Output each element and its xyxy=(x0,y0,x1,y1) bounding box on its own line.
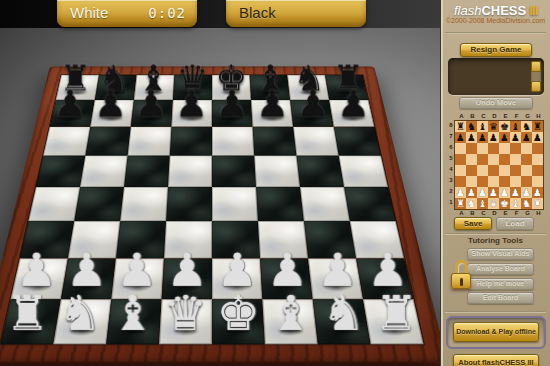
scroll-down-icon[interactable] xyxy=(531,81,541,92)
mini-square-a6[interactable] xyxy=(455,143,466,154)
square-h6[interactable] xyxy=(334,127,381,156)
clock-bar: White 0:02 Black xyxy=(0,0,440,28)
piece-black-bishop[interactable]: ♝ xyxy=(477,121,488,132)
divider xyxy=(445,32,546,34)
mini-square-g7[interactable]: ♟ xyxy=(521,132,532,143)
black-clock-label: Black xyxy=(239,4,276,21)
square-d7[interactable]: ♟ xyxy=(171,100,212,127)
square-d4[interactable] xyxy=(166,187,212,221)
square-g1[interactable]: ♞ xyxy=(313,299,371,344)
piece-white-rook[interactable]: ♜ xyxy=(1,286,54,341)
analyse-board-button[interactable]: Analyse Board xyxy=(467,263,534,275)
mini-square-c3[interactable] xyxy=(477,176,488,187)
divider xyxy=(445,233,546,235)
square-a7[interactable]: ♟ xyxy=(50,100,95,127)
mini-square-b1[interactable]: ♞ xyxy=(466,198,477,209)
mini-square-e4[interactable] xyxy=(499,165,510,176)
mini-square-a5[interactable] xyxy=(455,154,466,165)
piece-black-bishop[interactable]: ♝ xyxy=(510,121,521,132)
square-h4[interactable] xyxy=(344,187,396,221)
mini-board-widget: ABCDEFGH 87654321 ♜♞♝♛♚♝♞♜♟♟♟♟♟♟♟♟♟♟♟♟♟♟… xyxy=(448,113,544,217)
piece-black-pawn[interactable]: ♟ xyxy=(91,82,131,124)
piece-black-pawn[interactable]: ♟ xyxy=(50,82,90,124)
mini-square-d7[interactable]: ♟ xyxy=(488,132,499,143)
mini-square-g4[interactable] xyxy=(521,165,532,176)
mini-square-g1[interactable]: ♞ xyxy=(521,198,532,209)
square-e4[interactable] xyxy=(212,187,258,221)
piece-black-knight[interactable]: ♞ xyxy=(521,121,532,132)
piece-white-bishop[interactable]: ♝ xyxy=(107,286,160,341)
file-label: E xyxy=(500,113,511,120)
mini-files-bottom: ABCDEFGH xyxy=(456,210,544,217)
square-e1[interactable]: ♚ xyxy=(212,299,265,344)
square-d5[interactable] xyxy=(168,156,212,187)
piece-white-knight[interactable]: ♞ xyxy=(54,286,107,341)
piece-white-queen[interactable]: ♛ xyxy=(159,286,212,341)
move-list-scrollbar[interactable] xyxy=(531,61,541,92)
mini-square-c8[interactable]: ♝ xyxy=(477,121,488,132)
square-b4[interactable] xyxy=(74,187,124,221)
piece-black-king[interactable]: ♚ xyxy=(499,121,510,132)
file-label: G xyxy=(522,113,533,120)
mini-square-h2[interactable]: ♟ xyxy=(532,187,543,198)
piece-black-rook[interactable]: ♜ xyxy=(532,121,543,132)
load-button[interactable]: Load xyxy=(496,217,534,230)
piece-white-king[interactable]: ♚ xyxy=(499,198,510,209)
file-label: G xyxy=(522,210,533,217)
piece-white-rook[interactable]: ♜ xyxy=(370,286,423,341)
square-f7[interactable]: ♟ xyxy=(251,100,293,127)
piece-black-pawn[interactable]: ♟ xyxy=(510,132,521,143)
mini-square-c2[interactable]: ♟ xyxy=(477,187,488,198)
square-h7[interactable]: ♟ xyxy=(329,100,374,127)
logo-flash: flash xyxy=(454,3,481,18)
file-label: B xyxy=(467,113,478,120)
mini-square-h5[interactable] xyxy=(532,154,543,165)
piece-black-pawn[interactable]: ♟ xyxy=(488,132,499,143)
mini-square-e2[interactable]: ♟ xyxy=(499,187,510,198)
help-me-move-button[interactable]: Help me move xyxy=(467,278,534,290)
mini-square-b5[interactable] xyxy=(466,154,477,165)
board-wood-frame: ♜♞♝♛♚♝♞♜♟♟♟♟♟♟♟♟♟♟♟♟♟♟♟♟♜♞♝♛♚♝♞♜ xyxy=(0,66,440,361)
mini-square-f7[interactable]: ♟ xyxy=(510,132,521,143)
mini-square-d8[interactable]: ♛ xyxy=(488,121,499,132)
piece-white-pawn[interactable]: ♟ xyxy=(477,187,488,198)
square-d1[interactable]: ♛ xyxy=(159,299,212,344)
square-d6[interactable] xyxy=(170,127,212,156)
edit-board-button[interactable]: Edit Board xyxy=(467,292,534,304)
piece-black-pawn[interactable]: ♟ xyxy=(172,82,212,124)
mini-square-h6[interactable] xyxy=(532,143,543,154)
square-e5[interactable] xyxy=(212,156,256,187)
piece-black-pawn[interactable]: ♟ xyxy=(532,132,543,143)
piece-black-pawn[interactable]: ♟ xyxy=(131,82,171,124)
piece-black-knight[interactable]: ♞ xyxy=(466,121,477,132)
square-a4[interactable] xyxy=(28,187,80,221)
square-c7[interactable]: ♟ xyxy=(131,100,173,127)
mini-square-f8[interactable]: ♝ xyxy=(510,121,521,132)
piece-white-pawn[interactable]: ♟ xyxy=(499,187,510,198)
mini-square-h8[interactable]: ♜ xyxy=(532,121,543,132)
piece-black-pawn[interactable]: ♟ xyxy=(293,82,333,124)
square-h1[interactable]: ♜ xyxy=(363,299,424,344)
piece-white-pawn[interactable]: ♟ xyxy=(488,187,499,198)
file-label: C xyxy=(478,113,489,120)
chess-board-2d[interactable]: ♜♞♝♛♚♝♞♜♟♟♟♟♟♟♟♟♟♟♟♟♟♟♟♟♜♞♝♛♚♝♞♜ xyxy=(454,120,544,210)
square-c6[interactable] xyxy=(128,127,172,156)
square-g6[interactable] xyxy=(293,127,339,156)
mini-square-f5[interactable] xyxy=(510,154,521,165)
tutoring-tools-title: Tutoring Tools xyxy=(441,236,550,245)
board-tilt: ♜♞♝♛♚♝♞♜♟♟♟♟♟♟♟♟♟♟♟♟♟♟♟♟♜♞♝♛♚♝♞♜ xyxy=(0,66,440,361)
piece-white-knight[interactable]: ♞ xyxy=(466,198,477,209)
file-label: E xyxy=(500,210,511,217)
piece-white-bishop[interactable]: ♝ xyxy=(477,198,488,209)
mini-square-h3[interactable] xyxy=(532,176,543,187)
square-b1[interactable]: ♞ xyxy=(53,299,111,344)
square-b6[interactable] xyxy=(85,127,131,156)
mini-square-b8[interactable]: ♞ xyxy=(466,121,477,132)
file-label: A xyxy=(456,113,467,120)
piece-white-rook[interactable]: ♜ xyxy=(532,198,543,209)
white-clock-plate: White 0:02 xyxy=(57,0,197,27)
mini-square-h7[interactable]: ♟ xyxy=(532,132,543,143)
square-f5[interactable] xyxy=(254,156,300,187)
square-c4[interactable] xyxy=(120,187,168,221)
piece-white-pawn[interactable]: ♟ xyxy=(532,187,543,198)
mini-square-g3[interactable] xyxy=(521,176,532,187)
piece-white-bishop[interactable]: ♝ xyxy=(265,286,318,341)
piece-black-pawn[interactable]: ♟ xyxy=(252,82,292,124)
mini-square-d3[interactable] xyxy=(488,176,499,187)
mini-square-b4[interactable] xyxy=(466,165,477,176)
mini-square-e5[interactable] xyxy=(499,154,510,165)
square-g4[interactable] xyxy=(300,187,350,221)
white-clock-time: 0:02 xyxy=(148,5,186,21)
piece-black-pawn[interactable]: ♟ xyxy=(477,132,488,143)
piece-black-pawn[interactable]: ♟ xyxy=(333,82,373,124)
lock-icon xyxy=(450,260,472,294)
copyright-text: ©2000-2008 MediaDivision.com xyxy=(441,17,550,24)
mini-square-h4[interactable] xyxy=(532,165,543,176)
piece-white-queen[interactable]: ♛ xyxy=(488,198,499,209)
mini-square-b3[interactable] xyxy=(466,176,477,187)
piece-black-rook[interactable]: ♜ xyxy=(455,121,466,132)
piece-black-queen[interactable]: ♛ xyxy=(488,121,499,132)
piece-white-rook[interactable]: ♜ xyxy=(455,198,466,209)
square-b5[interactable] xyxy=(80,156,128,187)
square-g5[interactable] xyxy=(296,156,344,187)
download-play-offline-button[interactable]: Download & Play offline xyxy=(453,322,539,342)
mini-square-d4[interactable] xyxy=(488,165,499,176)
piece-black-pawn[interactable]: ♟ xyxy=(521,132,532,143)
square-e7[interactable]: ♟ xyxy=(212,100,253,127)
mini-square-f6[interactable] xyxy=(510,143,521,154)
mini-square-a1[interactable]: ♜ xyxy=(455,198,466,209)
mini-files-top: ABCDEFGH xyxy=(456,113,544,120)
mini-square-f4[interactable] xyxy=(510,165,521,176)
move-list-panel xyxy=(448,58,544,95)
piece-white-pawn[interactable]: ♟ xyxy=(521,187,532,198)
piece-black-pawn[interactable]: ♟ xyxy=(455,132,466,143)
square-a6[interactable] xyxy=(43,127,90,156)
mini-square-c4[interactable] xyxy=(477,165,488,176)
mini-square-d6[interactable] xyxy=(488,143,499,154)
mini-square-a7[interactable]: ♟ xyxy=(455,132,466,143)
piece-black-pawn[interactable]: ♟ xyxy=(466,132,477,143)
square-a1[interactable]: ♜ xyxy=(0,299,61,344)
mini-square-a4[interactable] xyxy=(455,165,466,176)
file-label: H xyxy=(533,210,544,217)
save-button[interactable]: Save xyxy=(454,217,492,230)
mini-square-g5[interactable] xyxy=(521,154,532,165)
piece-white-pawn[interactable]: ♟ xyxy=(510,187,521,198)
piece-white-bishop[interactable]: ♝ xyxy=(510,198,521,209)
mini-square-e8[interactable]: ♚ xyxy=(499,121,510,132)
logo-numeral: III xyxy=(529,3,537,18)
square-c1[interactable]: ♝ xyxy=(106,299,161,344)
square-h5[interactable] xyxy=(339,156,388,187)
mini-square-a2[interactable]: ♟ xyxy=(455,187,466,198)
mini-square-h1[interactable]: ♜ xyxy=(532,198,543,209)
square-c5[interactable] xyxy=(124,156,170,187)
move-list-text xyxy=(453,61,528,92)
app-logo: flashCHESSIII xyxy=(441,3,550,18)
file-label: D xyxy=(489,113,500,120)
mini-square-b7[interactable]: ♟ xyxy=(466,132,477,143)
file-label: C xyxy=(478,210,489,217)
file-label: B xyxy=(467,210,478,217)
flashchess-app: White 0:02 Black ♜♞♝♛♚♝♞♜♟♟♟♟♟♟♟♟♟♟♟♟♟♟♟… xyxy=(0,0,550,366)
mini-square-f2[interactable]: ♟ xyxy=(510,187,521,198)
chess-board-3d[interactable]: ♜♞♝♛♚♝♞♜♟♟♟♟♟♟♟♟♟♟♟♟♟♟♟♟♜♞♝♛♚♝♞♜ xyxy=(0,75,423,344)
piece-black-pawn[interactable]: ♟ xyxy=(499,132,510,143)
mini-square-d2[interactable]: ♟ xyxy=(488,187,499,198)
file-label: H xyxy=(533,113,544,120)
square-f1[interactable]: ♝ xyxy=(262,299,317,344)
mini-square-f1[interactable]: ♝ xyxy=(510,198,521,209)
mini-square-a3[interactable] xyxy=(455,176,466,187)
mini-square-b2[interactable]: ♟ xyxy=(466,187,477,198)
piece-white-knight[interactable]: ♞ xyxy=(317,286,370,341)
mini-square-d1[interactable]: ♛ xyxy=(488,198,499,209)
black-clock-plate: Black xyxy=(226,0,366,27)
mini-square-f3[interactable] xyxy=(510,176,521,187)
mini-square-d5[interactable] xyxy=(488,154,499,165)
piece-black-pawn[interactable]: ♟ xyxy=(212,82,252,124)
show-visual-aids-button[interactable]: Show Visual Aids xyxy=(467,248,534,260)
square-f4[interactable] xyxy=(256,187,304,221)
piece-white-pawn[interactable]: ♟ xyxy=(466,187,477,198)
file-label: F xyxy=(511,113,522,120)
logo-chess: CHESS xyxy=(481,3,526,18)
piece-white-pawn[interactable]: ♟ xyxy=(455,187,466,198)
mini-square-c7[interactable]: ♟ xyxy=(477,132,488,143)
mini-square-c6[interactable] xyxy=(477,143,488,154)
square-f6[interactable] xyxy=(253,127,297,156)
scroll-up-icon[interactable] xyxy=(531,61,541,72)
mini-square-e1[interactable]: ♚ xyxy=(499,198,510,209)
square-b7[interactable]: ♟ xyxy=(90,100,134,127)
mini-square-e7[interactable]: ♟ xyxy=(499,132,510,143)
mini-square-c1[interactable]: ♝ xyxy=(477,198,488,209)
square-e6[interactable] xyxy=(212,127,254,156)
file-label: D xyxy=(489,210,500,217)
piece-white-knight[interactable]: ♞ xyxy=(521,198,532,209)
mini-square-g6[interactable] xyxy=(521,143,532,154)
mini-square-b6[interactable] xyxy=(466,143,477,154)
mini-square-g8[interactable]: ♞ xyxy=(521,121,532,132)
square-a5[interactable] xyxy=(36,156,85,187)
board-scene: White 0:02 Black ♜♞♝♛♚♝♞♜♟♟♟♟♟♟♟♟♟♟♟♟♟♟♟… xyxy=(0,0,440,366)
file-label: F xyxy=(511,210,522,217)
file-label: A xyxy=(456,210,467,217)
mini-square-g2[interactable]: ♟ xyxy=(521,187,532,198)
sidebar: flashCHESSIII ©2000-2008 MediaDivision.c… xyxy=(440,0,550,366)
white-clock-label: White xyxy=(70,4,108,21)
mini-square-e3[interactable] xyxy=(499,176,510,187)
square-g7[interactable]: ♟ xyxy=(290,100,334,127)
resign-game-button[interactable]: Resign Game xyxy=(460,43,532,57)
about-flashchess-button[interactable]: About flashCHESS III xyxy=(453,354,539,366)
mini-square-e6[interactable] xyxy=(499,143,510,154)
piece-white-king[interactable]: ♚ xyxy=(212,286,265,341)
mini-square-a8[interactable]: ♜ xyxy=(455,121,466,132)
undo-move-button[interactable]: Undo Move xyxy=(459,97,533,109)
mini-square-c5[interactable] xyxy=(477,154,488,165)
divider xyxy=(445,311,546,313)
